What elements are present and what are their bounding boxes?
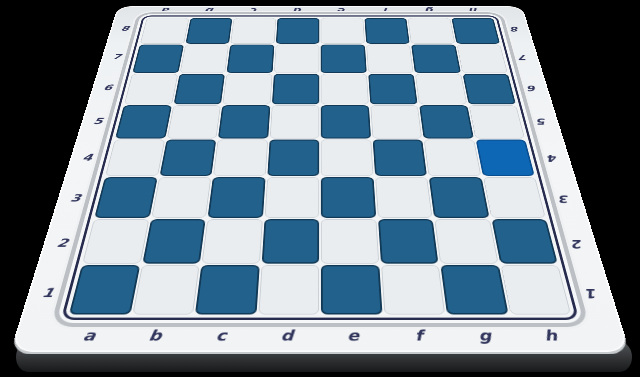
square-b6[interactable] [173, 74, 225, 105]
square-a7[interactable] [132, 45, 183, 73]
square-g1[interactable] [440, 265, 508, 315]
square-d8[interactable] [276, 18, 320, 44]
square-g4[interactable] [424, 140, 481, 177]
square-f5[interactable] [370, 105, 422, 138]
square-h7[interactable] [456, 45, 507, 73]
square-e7[interactable] [321, 45, 367, 73]
file-label-bottom-f: f [385, 320, 454, 352]
file-label-bottom-h: h [515, 320, 588, 352]
square-c4[interactable] [213, 140, 268, 177]
square-e8[interactable] [321, 18, 365, 44]
file-label-bottom-b: b [119, 320, 190, 352]
square-g2[interactable] [434, 219, 498, 264]
square-g3[interactable] [429, 177, 489, 217]
file-labels-bottom: abcdefgh [52, 320, 588, 352]
scene: 87654321 87654321 abcdefgh abcdefgh [0, 0, 640, 377]
square-f7[interactable] [366, 45, 414, 73]
square-a1[interactable] [69, 265, 140, 315]
square-b2[interactable] [142, 219, 206, 264]
square-f3[interactable] [375, 177, 433, 217]
square-b8[interactable] [185, 18, 232, 44]
square-e5[interactable] [321, 105, 371, 138]
square-c2[interactable] [202, 219, 263, 264]
file-label-bottom-c: c [186, 320, 255, 352]
square-b7[interactable] [179, 45, 228, 73]
file-label-top-e: e [320, 6, 364, 16]
square-a8[interactable] [140, 18, 189, 44]
square-a2[interactable] [82, 219, 149, 264]
square-c6[interactable] [222, 74, 272, 105]
file-label-top-d: d [276, 6, 320, 16]
square-f2[interactable] [378, 219, 439, 264]
square-c5[interactable] [218, 105, 270, 138]
square-h2[interactable] [491, 219, 558, 264]
square-h1[interactable] [500, 265, 571, 315]
file-label-top-c: c [231, 6, 276, 16]
square-e3[interactable] [321, 177, 376, 217]
square-h6[interactable] [462, 74, 516, 105]
file-label-top-h: h [451, 6, 497, 16]
file-label-bottom-e: e [320, 320, 387, 352]
square-b4[interactable] [159, 140, 216, 177]
square-a5[interactable] [115, 105, 171, 138]
file-label-top-a: a [143, 6, 189, 16]
square-h4[interactable] [475, 140, 535, 177]
square-a4[interactable] [105, 140, 165, 177]
file-label-top-b: b [187, 6, 233, 16]
square-c3[interactable] [208, 177, 266, 217]
square-g7[interactable] [411, 45, 460, 73]
square-h8[interactable] [451, 18, 500, 44]
square-d3[interactable] [264, 177, 319, 217]
square-e6[interactable] [321, 74, 369, 105]
square-d5[interactable] [269, 105, 319, 138]
square-d2[interactable] [261, 219, 319, 264]
square-b1[interactable] [132, 265, 200, 315]
file-labels-top: abcdefgh [143, 6, 497, 16]
file-label-top-g: g [407, 6, 453, 16]
file-label-top-f: f [364, 6, 409, 16]
square-b5[interactable] [167, 105, 221, 138]
chess-board: 87654321 87654321 abcdefgh abcdefgh [10, 6, 630, 352]
square-a6[interactable] [124, 74, 178, 105]
square-f4[interactable] [372, 140, 427, 177]
square-f1[interactable] [381, 265, 445, 315]
square-h5[interactable] [468, 105, 524, 138]
square-c7[interactable] [227, 45, 275, 73]
square-d1[interactable] [258, 265, 319, 315]
square-d7[interactable] [274, 45, 320, 73]
square-f8[interactable] [364, 18, 410, 44]
square-e1[interactable] [321, 265, 382, 315]
square-c8[interactable] [230, 18, 276, 44]
square-b3[interactable] [151, 177, 211, 217]
square-e4[interactable] [321, 140, 373, 177]
square-g8[interactable] [408, 18, 455, 44]
board-grid [61, 15, 580, 319]
square-c1[interactable] [195, 265, 259, 315]
square-d6[interactable] [272, 74, 320, 105]
file-label-bottom-a: a [52, 320, 125, 352]
square-g6[interactable] [415, 74, 467, 105]
square-g5[interactable] [419, 105, 473, 138]
square-e2[interactable] [321, 219, 379, 264]
square-d4[interactable] [267, 140, 319, 177]
square-f6[interactable] [368, 74, 418, 105]
file-label-bottom-d: d [253, 320, 320, 352]
square-a3[interactable] [94, 177, 157, 217]
square-h3[interactable] [483, 177, 546, 217]
file-label-bottom-g: g [450, 320, 521, 352]
